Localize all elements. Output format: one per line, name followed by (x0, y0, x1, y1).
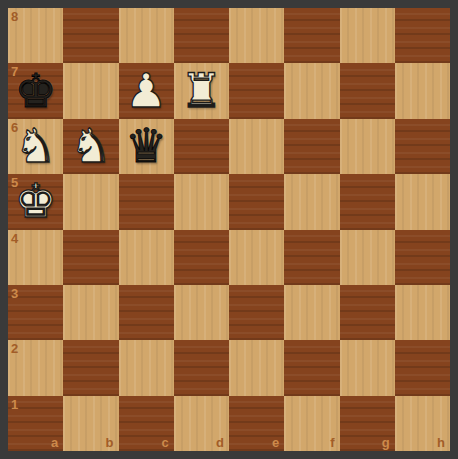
square-b6[interactable]: ♞ (63, 119, 118, 174)
piece-black-queen-c6[interactable]: ♛ (125, 122, 167, 169)
file-label-h: h (437, 436, 445, 449)
square-e4[interactable] (229, 230, 284, 285)
rank-label-2: 2 (11, 342, 18, 355)
square-d5[interactable] (174, 174, 229, 229)
square-c6[interactable]: ♛ (119, 119, 174, 174)
chess-board: 87♚♟♜6♞♞♛5♚4321abcdefgh (8, 8, 450, 451)
square-f7[interactable] (284, 63, 339, 118)
square-h3[interactable] (395, 285, 450, 340)
square-d8[interactable] (174, 8, 229, 63)
square-a3[interactable]: 3 (8, 285, 63, 340)
file-label-e: e (272, 436, 279, 449)
square-h2[interactable] (395, 340, 450, 395)
piece-white-rook-d7[interactable]: ♜ (180, 67, 222, 114)
square-h4[interactable] (395, 230, 450, 285)
square-f1[interactable]: f (284, 396, 339, 451)
square-g1[interactable]: g (340, 396, 395, 451)
square-g5[interactable] (340, 174, 395, 229)
square-b1[interactable]: b (63, 396, 118, 451)
square-e7[interactable] (229, 63, 284, 118)
square-h1[interactable]: h (395, 396, 450, 451)
piece-black-king-a7[interactable]: ♚ (15, 67, 57, 114)
file-label-d: d (216, 436, 224, 449)
square-b4[interactable] (63, 230, 118, 285)
square-h6[interactable] (395, 119, 450, 174)
square-b7[interactable] (63, 63, 118, 118)
square-g2[interactable] (340, 340, 395, 395)
square-f3[interactable] (284, 285, 339, 340)
file-label-c: c (162, 436, 169, 449)
square-f4[interactable] (284, 230, 339, 285)
square-c7[interactable]: ♟ (119, 63, 174, 118)
square-d3[interactable] (174, 285, 229, 340)
square-c4[interactable] (119, 230, 174, 285)
square-a1[interactable]: 1a (8, 396, 63, 451)
square-d7[interactable]: ♜ (174, 63, 229, 118)
square-f5[interactable] (284, 174, 339, 229)
square-e1[interactable]: e (229, 396, 284, 451)
square-c2[interactable] (119, 340, 174, 395)
square-e3[interactable] (229, 285, 284, 340)
file-label-f: f (330, 436, 334, 449)
square-a4[interactable]: 4 (8, 230, 63, 285)
square-d2[interactable] (174, 340, 229, 395)
square-b3[interactable] (63, 285, 118, 340)
square-c5[interactable] (119, 174, 174, 229)
square-c8[interactable] (119, 8, 174, 63)
square-g4[interactable] (340, 230, 395, 285)
square-f8[interactable] (284, 8, 339, 63)
square-e2[interactable] (229, 340, 284, 395)
piece-white-knight-a6[interactable]: ♞ (15, 122, 57, 169)
board-frame: 87♚♟♜6♞♞♛5♚4321abcdefgh (0, 0, 458, 459)
square-b8[interactable] (63, 8, 118, 63)
piece-white-king-a5[interactable]: ♚ (15, 177, 57, 224)
square-a7[interactable]: 7♚ (8, 63, 63, 118)
square-d6[interactable] (174, 119, 229, 174)
square-h8[interactable] (395, 8, 450, 63)
square-a5[interactable]: 5♚ (8, 174, 63, 229)
square-g7[interactable] (340, 63, 395, 118)
square-e8[interactable] (229, 8, 284, 63)
file-label-g: g (382, 436, 390, 449)
square-h7[interactable] (395, 63, 450, 118)
square-a2[interactable]: 2 (8, 340, 63, 395)
rank-label-3: 3 (11, 287, 18, 300)
square-b5[interactable] (63, 174, 118, 229)
rank-label-8: 8 (11, 10, 18, 23)
rank-label-4: 4 (11, 232, 18, 245)
square-c1[interactable]: c (119, 396, 174, 451)
file-label-a: a (51, 436, 58, 449)
piece-white-pawn-c7[interactable]: ♟ (125, 67, 167, 114)
square-d1[interactable]: d (174, 396, 229, 451)
square-f6[interactable] (284, 119, 339, 174)
square-f2[interactable] (284, 340, 339, 395)
square-g3[interactable] (340, 285, 395, 340)
square-a8[interactable]: 8 (8, 8, 63, 63)
square-h5[interactable] (395, 174, 450, 229)
square-g8[interactable] (340, 8, 395, 63)
piece-white-knight-b6[interactable]: ♞ (70, 122, 112, 169)
square-a6[interactable]: 6♞ (8, 119, 63, 174)
square-b2[interactable] (63, 340, 118, 395)
rank-label-1: 1 (11, 398, 18, 411)
square-c3[interactable] (119, 285, 174, 340)
square-g6[interactable] (340, 119, 395, 174)
square-e5[interactable] (229, 174, 284, 229)
square-d4[interactable] (174, 230, 229, 285)
square-e6[interactable] (229, 119, 284, 174)
file-label-b: b (106, 436, 114, 449)
